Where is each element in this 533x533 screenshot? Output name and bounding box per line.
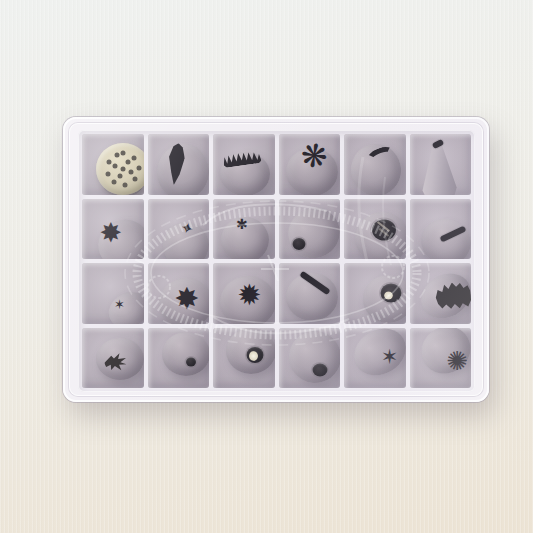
compartment-r2c1: ✸ [82, 199, 144, 260]
compartment-r3c5 [344, 263, 406, 324]
compartment-r1c6 [410, 134, 472, 195]
compartment-r3c4 [279, 263, 341, 324]
reflection-highlight [384, 292, 393, 300]
tip-body [162, 332, 209, 376]
star-opening-icon: ✶ [114, 297, 125, 310]
compartment-r2c4 [279, 199, 341, 260]
tray-grid: ❋✸✦✱✶✸✹✶✺ [78, 130, 475, 392]
compartment-r3c3: ✹ [213, 263, 275, 324]
scene: ❋✸✦✱✶✸✹✶✺ [0, 0, 533, 533]
star-opening-icon: ✱ [236, 217, 248, 231]
tip-storage-box: ❋✸✦✱✶✸✹✶✺ [63, 117, 489, 402]
compartment-r1c5 [344, 134, 406, 195]
tip-body [279, 199, 340, 259]
star-opening-icon: ✶ [381, 346, 399, 367]
tip-body [346, 140, 405, 195]
compartment-r2c3: ✱ [213, 199, 275, 260]
compartment-r1c4: ❋ [279, 134, 341, 195]
round-opening [381, 284, 402, 303]
round-opening [372, 219, 396, 240]
compartment-r3c2: ✸ [148, 263, 210, 324]
compartment-r2c6 [410, 199, 472, 260]
round-opening [186, 357, 196, 366]
compartment-r4c5: ✶ [344, 328, 406, 389]
compartment-r1c1 [82, 134, 144, 195]
compartment-r1c2 [148, 134, 210, 195]
star-opening-icon: ✸ [174, 284, 199, 314]
tip-body [283, 328, 340, 389]
compartment-r4c1 [82, 328, 144, 389]
compartment-r4c6: ✺ [410, 328, 472, 389]
compartment-r2c5 [344, 199, 406, 260]
compartment-r4c4 [279, 328, 341, 389]
crescent-highlight [249, 351, 258, 361]
compartment-r2c2: ✦ [148, 199, 210, 260]
compartment-r4c2 [148, 328, 210, 389]
tip-body [416, 141, 463, 195]
compartment-r3c6 [410, 263, 472, 324]
grass-disc-opening [96, 143, 143, 194]
star-opening-icon: ✸ [100, 219, 123, 246]
compartment-r3c1: ✶ [82, 263, 144, 324]
round-opening [293, 238, 306, 250]
compartment-r4c3 [213, 328, 275, 389]
round-opening [312, 363, 327, 376]
round-opening [247, 347, 264, 363]
gear-opening-icon: ✺ [447, 348, 469, 374]
compartment-r1c3 [213, 134, 275, 195]
star-opening-icon: ✹ [237, 281, 261, 310]
